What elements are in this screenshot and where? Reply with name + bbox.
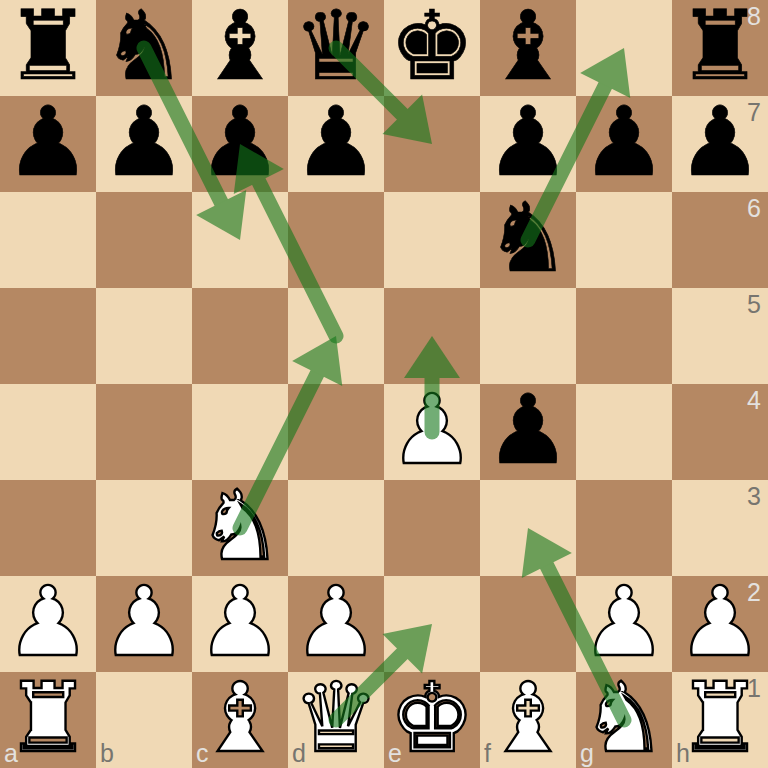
square-f1[interactable]: ♝f [480, 672, 576, 768]
square-d8[interactable]: ♛ [288, 0, 384, 96]
black-pawn[interactable]: ♟ [192, 94, 288, 190]
square-b8[interactable]: ♞ [96, 0, 192, 96]
square-e2[interactable] [384, 576, 480, 672]
square-d6[interactable] [288, 192, 384, 288]
white-pawn[interactable]: ♟ [672, 574, 768, 670]
square-h5[interactable]: 5 [672, 288, 768, 384]
square-b3[interactable] [96, 480, 192, 576]
white-pawn[interactable]: ♟ [384, 382, 480, 478]
square-c3[interactable]: ♞ [192, 480, 288, 576]
square-a6[interactable] [0, 192, 96, 288]
white-pawn[interactable]: ♟ [576, 574, 672, 670]
white-pawn[interactable]: ♟ [96, 574, 192, 670]
square-a3[interactable] [0, 480, 96, 576]
square-h4[interactable]: 4 [672, 384, 768, 480]
black-pawn[interactable]: ♟ [576, 94, 672, 190]
square-c8[interactable]: ♝ [192, 0, 288, 96]
black-pawn[interactable]: ♟ [288, 94, 384, 190]
square-a4[interactable] [0, 384, 96, 480]
black-king[interactable]: ♚ [384, 0, 480, 94]
square-b7[interactable]: ♟ [96, 96, 192, 192]
black-rook[interactable]: ♜ [672, 0, 768, 94]
black-queen[interactable]: ♛ [288, 0, 384, 94]
square-h8[interactable]: ♜8 [672, 0, 768, 96]
square-f7[interactable]: ♟ [480, 96, 576, 192]
square-a8[interactable]: ♜ [0, 0, 96, 96]
black-pawn[interactable]: ♟ [672, 94, 768, 190]
square-b2[interactable]: ♟ [96, 576, 192, 672]
square-d1[interactable]: ♛d [288, 672, 384, 768]
coord-file-b: b [100, 741, 114, 766]
white-bishop[interactable]: ♝ [480, 670, 576, 766]
coord-rank-5: 5 [747, 292, 761, 317]
black-knight[interactable]: ♞ [480, 190, 576, 286]
chess-board: ♜♞♝♛♚♝♜8♟♟♟♟♟♟♟7♞65♟♟4♞3♟♟♟♟♟♟2♜ab♝c♛d♚e… [0, 0, 768, 768]
square-h3[interactable]: 3 [672, 480, 768, 576]
black-pawn[interactable]: ♟ [0, 94, 96, 190]
square-e7[interactable] [384, 96, 480, 192]
square-a7[interactable]: ♟ [0, 96, 96, 192]
black-rook[interactable]: ♜ [0, 0, 96, 94]
white-pawn[interactable]: ♟ [192, 574, 288, 670]
white-pawn[interactable]: ♟ [288, 574, 384, 670]
square-h6[interactable]: 6 [672, 192, 768, 288]
square-e6[interactable] [384, 192, 480, 288]
square-d3[interactable] [288, 480, 384, 576]
white-pawn[interactable]: ♟ [0, 574, 96, 670]
square-e4[interactable]: ♟ [384, 384, 480, 480]
coord-rank-4: 4 [747, 388, 761, 413]
white-queen[interactable]: ♛ [288, 670, 384, 766]
square-b5[interactable] [96, 288, 192, 384]
square-g8[interactable] [576, 0, 672, 96]
square-b1[interactable]: b [96, 672, 192, 768]
square-a5[interactable] [0, 288, 96, 384]
square-g5[interactable] [576, 288, 672, 384]
square-d2[interactable]: ♟ [288, 576, 384, 672]
black-pawn[interactable]: ♟ [480, 94, 576, 190]
white-bishop[interactable]: ♝ [192, 670, 288, 766]
square-f2[interactable] [480, 576, 576, 672]
black-bishop[interactable]: ♝ [480, 0, 576, 94]
square-g2[interactable]: ♟ [576, 576, 672, 672]
square-d7[interactable]: ♟ [288, 96, 384, 192]
coord-rank-6: 6 [747, 196, 761, 221]
white-rook[interactable]: ♜ [672, 670, 768, 766]
square-a1[interactable]: ♜a [0, 672, 96, 768]
square-f4[interactable]: ♟ [480, 384, 576, 480]
square-f3[interactable] [480, 480, 576, 576]
square-e1[interactable]: ♚e [384, 672, 480, 768]
square-a2[interactable]: ♟ [0, 576, 96, 672]
square-d4[interactable] [288, 384, 384, 480]
square-g6[interactable] [576, 192, 672, 288]
white-knight[interactable]: ♞ [576, 670, 672, 766]
square-c7[interactable]: ♟ [192, 96, 288, 192]
white-king[interactable]: ♚ [384, 670, 480, 766]
white-knight[interactable]: ♞ [192, 478, 288, 574]
black-knight[interactable]: ♞ [96, 0, 192, 94]
square-f6[interactable]: ♞ [480, 192, 576, 288]
coord-rank-3: 3 [747, 484, 761, 509]
square-c5[interactable] [192, 288, 288, 384]
square-b6[interactable] [96, 192, 192, 288]
square-h1[interactable]: ♜1h [672, 672, 768, 768]
square-h2[interactable]: ♟2 [672, 576, 768, 672]
square-e8[interactable]: ♚ [384, 0, 480, 96]
square-h7[interactable]: ♟7 [672, 96, 768, 192]
square-c6[interactable] [192, 192, 288, 288]
white-rook[interactable]: ♜ [0, 670, 96, 766]
square-g4[interactable] [576, 384, 672, 480]
square-g1[interactable]: ♞g [576, 672, 672, 768]
square-d5[interactable] [288, 288, 384, 384]
square-c2[interactable]: ♟ [192, 576, 288, 672]
square-c1[interactable]: ♝c [192, 672, 288, 768]
square-b4[interactable] [96, 384, 192, 480]
square-f8[interactable]: ♝ [480, 0, 576, 96]
black-pawn[interactable]: ♟ [480, 382, 576, 478]
square-g3[interactable] [576, 480, 672, 576]
square-e3[interactable] [384, 480, 480, 576]
square-g7[interactable]: ♟ [576, 96, 672, 192]
square-e5[interactable] [384, 288, 480, 384]
square-c4[interactable] [192, 384, 288, 480]
black-bishop[interactable]: ♝ [192, 0, 288, 94]
black-pawn[interactable]: ♟ [96, 94, 192, 190]
square-f5[interactable] [480, 288, 576, 384]
